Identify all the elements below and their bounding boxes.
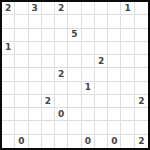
grid-cell-empty[interactable]	[2, 82, 15, 95]
grid-cell-empty[interactable]	[68, 135, 81, 148]
grid-cell-clue[interactable]: 5	[68, 29, 81, 42]
grid-cell-empty[interactable]	[29, 29, 42, 42]
grid-cell-empty[interactable]	[82, 15, 95, 28]
grid-cell-empty[interactable]	[135, 29, 148, 42]
grid-cell-empty[interactable]	[95, 29, 108, 42]
grid-cell-empty[interactable]	[68, 15, 81, 28]
grid-cell-empty[interactable]	[135, 2, 148, 15]
grid-cell-clue[interactable]: 2	[2, 2, 15, 15]
grid-cell-empty[interactable]	[15, 55, 28, 68]
grid-cell-empty[interactable]	[42, 121, 55, 134]
grid-cell-empty[interactable]	[108, 121, 121, 134]
grid-cell-empty[interactable]	[121, 68, 134, 81]
grid-cell-empty[interactable]	[29, 15, 42, 28]
grid-cell-empty[interactable]	[55, 121, 68, 134]
grid-cell-empty[interactable]	[29, 108, 42, 121]
grid-cell-empty[interactable]	[2, 15, 15, 28]
grid-cell-empty[interactable]	[121, 108, 134, 121]
grid-cell-empty[interactable]	[108, 68, 121, 81]
grid-cell-clue[interactable]: 0	[82, 135, 95, 148]
grid-cell-empty[interactable]	[82, 29, 95, 42]
grid-cell-clue[interactable]: 1	[121, 2, 134, 15]
grid-cell-empty[interactable]	[121, 82, 134, 95]
grid-cell-clue[interactable]: 2	[55, 2, 68, 15]
grid-cell-empty[interactable]	[82, 2, 95, 15]
grid-cell-empty[interactable]	[135, 55, 148, 68]
grid-cell-empty[interactable]	[82, 108, 95, 121]
grid-cell-empty[interactable]	[55, 135, 68, 148]
grid-cell-clue[interactable]: 2	[135, 95, 148, 108]
grid-cell-empty[interactable]	[108, 2, 121, 15]
grid-cell-empty[interactable]	[29, 68, 42, 81]
grid-cell-empty[interactable]	[55, 15, 68, 28]
grid-cell-empty[interactable]	[42, 108, 55, 121]
grid-cell-empty[interactable]	[95, 121, 108, 134]
grid-cell-clue[interactable]: 3	[29, 2, 42, 15]
grid-cell-empty[interactable]	[82, 121, 95, 134]
grid-cell-empty[interactable]	[108, 15, 121, 28]
grid-cell-empty[interactable]	[135, 15, 148, 28]
grid-cell-clue[interactable]: 0	[15, 135, 28, 148]
grid-cell-empty[interactable]	[121, 121, 134, 134]
grid-cell-empty[interactable]	[2, 55, 15, 68]
grid-cell-clue[interactable]: 2	[42, 95, 55, 108]
grid-cell-empty[interactable]	[108, 95, 121, 108]
grid-cell-empty[interactable]	[95, 2, 108, 15]
grid-cell-empty[interactable]	[121, 29, 134, 42]
grid-cell-empty[interactable]	[95, 42, 108, 55]
grid-cell-empty[interactable]	[121, 95, 134, 108]
grid-cell-empty[interactable]	[29, 121, 42, 134]
grid-cell-empty[interactable]	[68, 108, 81, 121]
grid-cell-clue[interactable]: 2	[55, 68, 68, 81]
grid-cell-empty[interactable]	[55, 29, 68, 42]
grid-cell-empty[interactable]	[135, 68, 148, 81]
grid-cell-empty[interactable]	[42, 55, 55, 68]
grid-cell-empty[interactable]	[42, 42, 55, 55]
grid-cell-empty[interactable]	[42, 29, 55, 42]
grid-cell-empty[interactable]	[121, 135, 134, 148]
grid-cell-empty[interactable]	[95, 108, 108, 121]
grid-cell-clue[interactable]: 0	[108, 135, 121, 148]
grid-cell-empty[interactable]	[15, 2, 28, 15]
grid-cell-empty[interactable]	[108, 42, 121, 55]
grid-cell-empty[interactable]	[29, 42, 42, 55]
grid-cell-empty[interactable]	[15, 108, 28, 121]
grid-cell-empty[interactable]	[29, 55, 42, 68]
grid-cell-empty[interactable]	[121, 42, 134, 55]
grid-cell-empty[interactable]	[82, 42, 95, 55]
grid-cell-empty[interactable]	[95, 135, 108, 148]
grid-cell-empty[interactable]	[82, 68, 95, 81]
grid-cell-empty[interactable]	[121, 15, 134, 28]
grid-cell-empty[interactable]	[55, 95, 68, 108]
grid-cell-empty[interactable]	[15, 121, 28, 134]
grid-cell-empty[interactable]	[95, 15, 108, 28]
grid-cell-empty[interactable]	[82, 95, 95, 108]
grid-cell-empty[interactable]	[15, 42, 28, 55]
grid-cell-empty[interactable]	[121, 55, 134, 68]
grid-cell-empty[interactable]	[29, 82, 42, 95]
grid-cell-empty[interactable]	[15, 95, 28, 108]
grid-cell-empty[interactable]	[55, 82, 68, 95]
grid-cell-empty[interactable]	[68, 95, 81, 108]
minesweeper-board: 2321512212200002	[0, 0, 150, 150]
grid-cell-empty[interactable]	[15, 82, 28, 95]
grid-cell-empty[interactable]	[2, 95, 15, 108]
grid-cell-empty[interactable]	[15, 68, 28, 81]
grid-cell-empty[interactable]	[42, 82, 55, 95]
grid-cell-empty[interactable]	[42, 68, 55, 81]
grid-cell-empty[interactable]	[55, 55, 68, 68]
grid-cell-clue[interactable]: 1	[82, 82, 95, 95]
grid-cell-empty[interactable]	[42, 15, 55, 28]
grid-cell-empty[interactable]	[95, 95, 108, 108]
grid-cell-empty[interactable]	[68, 2, 81, 15]
grid-cell-clue[interactable]: 2	[135, 135, 148, 148]
grid-cell-empty[interactable]	[2, 68, 15, 81]
grid-cell-empty[interactable]	[2, 108, 15, 121]
grid-cell-empty[interactable]	[15, 29, 28, 42]
grid-cell-empty[interactable]	[68, 121, 81, 134]
grid-cell-empty[interactable]	[108, 108, 121, 121]
grid-cell-empty[interactable]	[108, 55, 121, 68]
grid-cell-empty[interactable]	[135, 82, 148, 95]
grid-cell-empty[interactable]	[95, 68, 108, 81]
grid-cell-clue[interactable]: 2	[95, 55, 108, 68]
grid-cell-empty[interactable]	[95, 82, 108, 95]
grid-cell-empty[interactable]	[68, 42, 81, 55]
grid-cell-empty[interactable]	[135, 42, 148, 55]
grid-cell-empty[interactable]	[108, 29, 121, 42]
grid-cell-empty[interactable]	[2, 135, 15, 148]
grid-cell-empty[interactable]	[55, 42, 68, 55]
grid-cell-empty[interactable]	[2, 121, 15, 134]
grid-cell-empty[interactable]	[29, 135, 42, 148]
grid-cell-empty[interactable]	[42, 2, 55, 15]
grid-cell-empty[interactable]	[68, 68, 81, 81]
grid-cell-clue[interactable]: 1	[2, 42, 15, 55]
puzzle-page: 2321512212200002	[0, 0, 150, 150]
grid-cell-empty[interactable]	[82, 55, 95, 68]
grid-cell-empty[interactable]	[2, 29, 15, 42]
grid-cell-empty[interactable]	[29, 95, 42, 108]
grid-cell-empty[interactable]	[135, 121, 148, 134]
grid-cell-empty[interactable]	[135, 108, 148, 121]
grid-cell-empty[interactable]	[68, 55, 81, 68]
grid-cell-empty[interactable]	[15, 15, 28, 28]
grid-cell-clue[interactable]: 0	[55, 108, 68, 121]
grid-cell-empty[interactable]	[108, 82, 121, 95]
grid-cell-empty[interactable]	[42, 135, 55, 148]
grid-cell-empty[interactable]	[68, 82, 81, 95]
